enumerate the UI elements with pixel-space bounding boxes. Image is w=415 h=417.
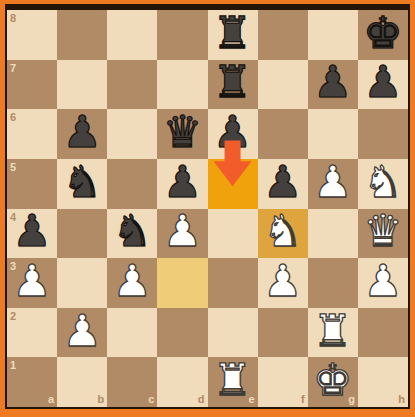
file-label-f: f — [301, 394, 305, 405]
piece-white-pawn-d4[interactable]: ♟ — [163, 209, 202, 253]
square-f1[interactable]: f — [258, 357, 308, 407]
piece-black-pawn-e6[interactable]: ♟ — [213, 110, 252, 154]
piece-white-knight-f4[interactable]: ♞ — [263, 209, 302, 253]
square-c6[interactable] — [107, 109, 157, 159]
square-h6[interactable] — [358, 109, 408, 159]
square-h4[interactable]: ♛ — [358, 209, 408, 259]
square-f5[interactable]: ♟ — [258, 159, 308, 209]
piece-black-knight-b5[interactable]: ♞ — [62, 160, 101, 204]
chess-board: 8♜♚7♜♟♟6♟♛♟5♞♟♟♟♞4♟♞♟♞♛3♟♟♟♟2♟♜1abcde♜fg… — [7, 10, 408, 407]
square-b5[interactable]: ♞ — [57, 159, 107, 209]
square-a5[interactable]: 5 — [7, 159, 57, 209]
square-d6[interactable]: ♛ — [157, 109, 207, 159]
square-b1[interactable]: b — [57, 357, 107, 407]
piece-white-queen-h4[interactable]: ♛ — [363, 209, 402, 253]
square-h5[interactable]: ♞ — [358, 159, 408, 209]
piece-white-king-g1[interactable]: ♚ — [313, 358, 352, 402]
square-a7[interactable]: 7 — [7, 60, 57, 110]
file-label-c: c — [148, 394, 154, 405]
square-b2[interactable]: ♟ — [57, 308, 107, 358]
square-c8[interactable] — [107, 10, 157, 60]
file-label-b: b — [98, 394, 105, 405]
square-d2[interactable] — [157, 308, 207, 358]
square-d1[interactable]: d — [157, 357, 207, 407]
piece-white-rook-g2[interactable]: ♜ — [313, 309, 352, 353]
board-frame: 8♜♚7♜♟♟6♟♛♟5♞♟♟♟♞4♟♞♟♞♛3♟♟♟♟2♟♜1abcde♜fg… — [0, 0, 415, 417]
square-c7[interactable] — [107, 60, 157, 110]
piece-black-rook-e7[interactable]: ♜ — [213, 60, 252, 104]
square-c1[interactable]: c — [107, 357, 157, 407]
piece-black-pawn-a4[interactable]: ♟ — [12, 209, 51, 253]
file-label-a: a — [48, 394, 54, 405]
square-h1[interactable]: h — [358, 357, 408, 407]
square-e3[interactable] — [208, 258, 258, 308]
square-e6[interactable]: ♟ — [208, 109, 258, 159]
square-a6[interactable]: 6 — [7, 109, 57, 159]
piece-white-pawn-h3[interactable]: ♟ — [363, 259, 402, 303]
piece-black-rook-e8[interactable]: ♜ — [213, 11, 252, 55]
square-g4[interactable] — [308, 209, 358, 259]
square-a3[interactable]: 3♟ — [7, 258, 57, 308]
square-b7[interactable] — [57, 60, 107, 110]
rank-label-6: 6 — [10, 112, 16, 123]
square-a8[interactable]: 8 — [7, 10, 57, 60]
piece-black-pawn-f5[interactable]: ♟ — [263, 160, 302, 204]
square-f8[interactable] — [258, 10, 308, 60]
piece-black-pawn-g7[interactable]: ♟ — [313, 60, 352, 104]
rank-label-8: 8 — [10, 13, 16, 24]
piece-white-pawn-g5[interactable]: ♟ — [313, 160, 352, 204]
square-h3[interactable]: ♟ — [358, 258, 408, 308]
square-e7[interactable]: ♜ — [208, 60, 258, 110]
square-e1[interactable]: e♜ — [208, 357, 258, 407]
square-e5[interactable] — [208, 159, 258, 209]
square-d4[interactable]: ♟ — [157, 209, 207, 259]
square-f2[interactable] — [258, 308, 308, 358]
piece-white-rook-e1[interactable]: ♜ — [213, 358, 252, 402]
square-g2[interactable]: ♜ — [308, 308, 358, 358]
square-b4[interactable] — [57, 209, 107, 259]
square-d3[interactable] — [157, 258, 207, 308]
piece-black-pawn-h7[interactable]: ♟ — [363, 60, 402, 104]
square-g5[interactable]: ♟ — [308, 159, 358, 209]
square-a2[interactable]: 2 — [7, 308, 57, 358]
square-g1[interactable]: g♚ — [308, 357, 358, 407]
square-c5[interactable] — [107, 159, 157, 209]
square-f3[interactable]: ♟ — [258, 258, 308, 308]
square-f4[interactable]: ♞ — [258, 209, 308, 259]
board-inner-border: 8♜♚7♜♟♟6♟♛♟5♞♟♟♟♞4♟♞♟♞♛3♟♟♟♟2♟♜1abcde♜fg… — [5, 4, 410, 409]
square-e4[interactable] — [208, 209, 258, 259]
piece-black-pawn-b6[interactable]: ♟ — [62, 110, 101, 154]
square-b6[interactable]: ♟ — [57, 109, 107, 159]
square-b3[interactable] — [57, 258, 107, 308]
square-c2[interactable] — [107, 308, 157, 358]
piece-black-knight-c4[interactable]: ♞ — [113, 209, 152, 253]
piece-white-pawn-b2[interactable]: ♟ — [62, 309, 101, 353]
piece-white-pawn-c3[interactable]: ♟ — [113, 259, 152, 303]
rank-label-5: 5 — [10, 162, 16, 173]
square-f6[interactable] — [258, 109, 308, 159]
square-h2[interactable] — [358, 308, 408, 358]
rank-label-2: 2 — [10, 311, 16, 322]
square-g7[interactable]: ♟ — [308, 60, 358, 110]
piece-black-queen-d6[interactable]: ♛ — [163, 110, 202, 154]
square-h7[interactable]: ♟ — [358, 60, 408, 110]
square-g8[interactable] — [308, 10, 358, 60]
square-g3[interactable] — [308, 258, 358, 308]
square-e2[interactable] — [208, 308, 258, 358]
file-label-h: h — [398, 394, 405, 405]
piece-white-pawn-f3[interactable]: ♟ — [263, 259, 302, 303]
square-a1[interactable]: 1a — [7, 357, 57, 407]
rank-label-7: 7 — [10, 63, 16, 74]
square-d5[interactable]: ♟ — [157, 159, 207, 209]
square-a4[interactable]: 4♟ — [7, 209, 57, 259]
square-d8[interactable] — [157, 10, 207, 60]
square-e8[interactable]: ♜ — [208, 10, 258, 60]
file-label-d: d — [198, 394, 205, 405]
square-d7[interactable] — [157, 60, 207, 110]
square-c4[interactable]: ♞ — [107, 209, 157, 259]
square-c3[interactable]: ♟ — [107, 258, 157, 308]
piece-black-king-h8[interactable]: ♚ — [363, 11, 402, 55]
rank-label-1: 1 — [10, 360, 16, 371]
piece-white-pawn-a3[interactable]: ♟ — [12, 259, 51, 303]
square-b8[interactable] — [57, 10, 107, 60]
square-f7[interactable] — [258, 60, 308, 110]
piece-white-knight-h5[interactable]: ♞ — [363, 160, 402, 204]
square-g6[interactable] — [308, 109, 358, 159]
square-h8[interactable]: ♚ — [358, 10, 408, 60]
piece-black-pawn-d5[interactable]: ♟ — [163, 160, 202, 204]
